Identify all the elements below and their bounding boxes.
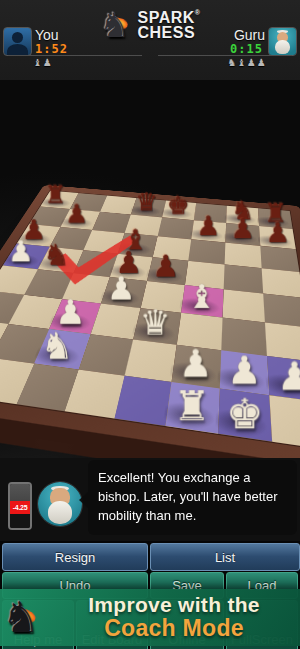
avatar-guru	[268, 27, 297, 56]
piece-black-pawn-f7[interactable]: ♟	[191, 213, 225, 240]
divider-right	[158, 55, 292, 56]
banner-line1: Improve with the	[52, 594, 296, 616]
piece-white-pawn-f2[interactable]: ♟	[172, 345, 220, 383]
timer-you: 1:52	[35, 42, 68, 56]
timer-guru: 0:15	[230, 42, 263, 56]
square-h1[interactable]	[269, 395, 300, 450]
piece-black-pawn-h7[interactable]: ♟	[261, 219, 296, 246]
captured-piece-guru-0: ♞	[227, 57, 237, 68]
banner-line2: Coach Mode	[52, 616, 296, 640]
square-e1[interactable]	[114, 376, 171, 426]
player-name-guru: Guru	[234, 27, 265, 43]
square-g2[interactable]: ♟	[220, 350, 270, 395]
square-h7[interactable]: ♟	[259, 226, 296, 249]
piece-black-pawn-g7[interactable]: ♟	[226, 216, 260, 243]
flaming-knight-banner-icon: ♞	[0, 589, 52, 646]
evaluation-bar: -4.25	[8, 482, 32, 530]
captured-piece-you-1: ♟	[43, 57, 53, 68]
captured-piece-guru-2: ♟	[247, 57, 257, 68]
square-f2[interactable]: ♟	[172, 345, 222, 389]
square-f6[interactable]	[188, 239, 225, 264]
knight-icon: ♞	[2, 597, 40, 639]
square-g1[interactable]: ♚	[218, 389, 272, 442]
piece-white-king-g1[interactable]: ♚	[218, 393, 271, 435]
button-list[interactable]: List	[150, 543, 300, 571]
coach-panel: -4.25 Excellent! You exchange a bishop. …	[0, 456, 300, 538]
registered-mark: ®	[195, 9, 201, 16]
highlight-blue-e1	[114, 376, 171, 426]
square-b1[interactable]	[0, 358, 34, 404]
captured-piece-you-0: ♝	[33, 57, 43, 68]
logo-text: SPARK® CHESS	[138, 10, 201, 40]
square-g4[interactable]	[223, 289, 265, 322]
square-d8[interactable]: ♛	[131, 198, 166, 217]
square-f7[interactable]: ♟	[191, 220, 226, 242]
piece-white-pawn-a5[interactable]: ♟	[3, 237, 40, 266]
piece-black-knight-b5[interactable]: ♞	[38, 241, 75, 270]
captured-piece-guru-3: ♟	[257, 57, 267, 68]
flaming-knight-logo-icon: ♞	[100, 2, 136, 48]
captured-tray-guru: ♞♝♟♟	[227, 57, 267, 68]
banner-text: Improve with the Coach Mode	[52, 594, 300, 640]
square-f4[interactable]: ♝	[181, 285, 224, 318]
piece-white-pawn-d4[interactable]: ♟	[101, 273, 141, 305]
piece-black-pawn-e5[interactable]: ♟	[147, 252, 185, 282]
square-f1[interactable]: ♜	[166, 382, 220, 434]
piece-white-bishop-f4[interactable]: ♝	[181, 281, 222, 314]
square-g7[interactable]: ♟	[225, 223, 260, 246]
piece-black-queen-d8[interactable]: ♛	[131, 190, 163, 215]
person-silhouette-icon	[12, 32, 23, 43]
board-scene: ♜♛♚♞♜♟♟♟♟♟♝♟♞♟♟♟♝♟♛♞♟♟♟♜♜♚	[0, 80, 300, 458]
piece-white-pawn-h2[interactable]: ♟	[270, 357, 300, 396]
divider-left	[8, 55, 142, 56]
knight-icon: ♞	[100, 8, 130, 42]
board-frame: ♜♛♚♞♜♟♟♟♟♟♝♟♞♟♟♟♝♟♛♞♟♟♟♜♜♚	[0, 185, 300, 458]
square-g5[interactable]	[224, 264, 264, 293]
chess-board[interactable]: ♜♛♚♞♜♟♟♟♟♟♝♟♞♟♟♟♝♟♛♞♟♟♟♜♜♚	[0, 191, 300, 450]
captured-piece-guru-1: ♝	[237, 57, 247, 68]
coach-speech-bubble: Excellent! You exchange a bishop. Later,…	[88, 460, 297, 535]
square-a4[interactable]	[0, 266, 38, 295]
button-resign[interactable]: Resign	[2, 543, 148, 571]
piece-black-king-e8[interactable]: ♚	[162, 193, 194, 218]
captured-tray-you: ♝♟	[33, 57, 53, 68]
sparkchess-logo: ♞ SPARK® CHESS	[100, 2, 201, 48]
square-h2[interactable]: ♟	[267, 356, 300, 402]
piece-white-rook-f1[interactable]: ♜	[166, 386, 218, 427]
coach-avatar	[37, 481, 83, 527]
coach-mode-ad-banner[interactable]: ♞ Improve with the Coach Mode	[0, 589, 300, 646]
player-name-you: You	[35, 27, 59, 43]
piece-white-queen-e3[interactable]: ♛	[133, 306, 177, 341]
piece-white-knight-c2[interactable]: ♞	[34, 328, 80, 364]
piece-black-pawn-b7[interactable]: ♟	[60, 202, 93, 228]
square-e3[interactable]: ♛	[133, 308, 181, 345]
square-c2[interactable]: ♞	[34, 329, 91, 370]
avatar-you	[3, 27, 32, 56]
piece-white-pawn-g2[interactable]: ♟	[220, 351, 269, 389]
header-bar: ♞ SPARK® CHESS You 1:52 ♝♟ Guru 0:15 ♞♝♟…	[0, 0, 300, 80]
evaluation-value: -4.25	[10, 501, 30, 515]
